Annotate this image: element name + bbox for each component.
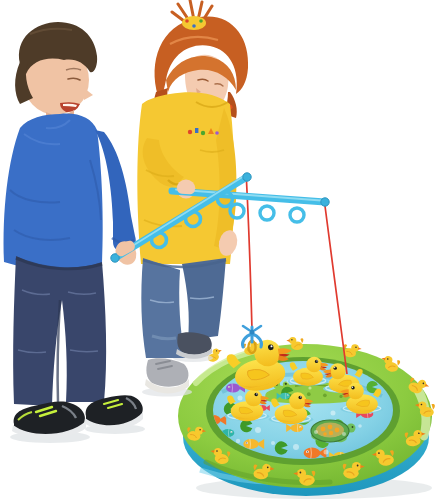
girl-fingers-grip xyxy=(177,183,196,194)
boy-figure xyxy=(4,22,145,443)
boy-sneaker-left xyxy=(12,402,86,439)
girl-shoe-near xyxy=(145,358,189,393)
scrunchie xyxy=(182,16,206,30)
fishing-line-boy xyxy=(247,181,253,330)
inflatable-pool xyxy=(178,337,435,499)
boy-shirt xyxy=(4,114,136,270)
scene-svg xyxy=(0,0,437,500)
boy-jeans xyxy=(13,256,106,406)
product-photo-canvas xyxy=(0,0,437,500)
girl-shoe-far xyxy=(176,332,212,359)
